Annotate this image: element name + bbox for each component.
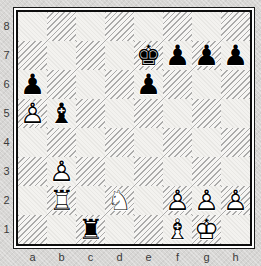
square-a5: ♟♙	[18, 99, 47, 128]
white-bishop: ♗	[163, 215, 192, 244]
rank-label-5: 5	[1, 99, 12, 128]
chess-board: ♚♚♟♟♟♟♟♟♟♟♟♟♟♙♝♝♟♙♜♖♞♘♟♙♟♙♟♙♜♜♝♗♚♔	[18, 12, 250, 244]
square-e5	[134, 99, 163, 128]
white-pawn: ♙	[47, 157, 76, 186]
white-pawn: ♙	[18, 99, 47, 128]
white-knight: ♘	[105, 186, 134, 215]
white-pawn: ♙	[163, 186, 192, 215]
rank-label-8: 8	[1, 12, 12, 41]
square-h7: ♟♟	[221, 41, 250, 70]
square-d1	[105, 215, 134, 244]
square-f6	[163, 70, 192, 99]
square-f7: ♟♟	[163, 41, 192, 70]
file-label-d: d	[105, 250, 134, 265]
square-g4	[192, 128, 221, 157]
square-g1: ♚♔	[192, 215, 221, 244]
rank-label-6: 6	[1, 70, 12, 99]
file-label-h: h	[221, 250, 250, 265]
black-bishop: ♝	[47, 99, 76, 128]
square-f2: ♟♙	[163, 186, 192, 215]
square-e4	[134, 128, 163, 157]
square-b5: ♝♝	[47, 99, 76, 128]
square-b8	[47, 12, 76, 41]
diagram-background: 87654321 ♚♚♟♟♟♟♟♟♟♟♟♟♟♙♝♝♟♙♜♖♞♘♟♙♟♙♟♙♜♜♝…	[0, 0, 261, 266]
square-g6	[192, 70, 221, 99]
square-d6	[105, 70, 134, 99]
square-f3	[163, 157, 192, 186]
square-d3	[105, 157, 134, 186]
square-f4	[163, 128, 192, 157]
square-b4	[47, 128, 76, 157]
chess-board-border: ♚♚♟♟♟♟♟♟♟♟♟♟♟♙♝♝♟♙♜♖♞♘♟♙♟♙♟♙♜♜♝♗♚♔	[16, 10, 252, 246]
file-label-a: a	[18, 250, 47, 265]
square-c7	[76, 41, 105, 70]
square-h1	[221, 215, 250, 244]
file-label-c: c	[76, 250, 105, 265]
square-b3: ♟♙	[47, 157, 76, 186]
square-a4	[18, 128, 47, 157]
square-a6: ♟♟	[18, 70, 47, 99]
square-d8	[105, 12, 134, 41]
black-king: ♚	[134, 41, 163, 70]
rank-label-7: 7	[1, 41, 12, 70]
square-f5	[163, 99, 192, 128]
square-c5	[76, 99, 105, 128]
black-pawn: ♟	[134, 70, 163, 99]
square-e1	[134, 215, 163, 244]
square-d4	[105, 128, 134, 157]
black-pawn: ♟	[221, 41, 250, 70]
square-b1	[47, 215, 76, 244]
chess-board-frame: ♚♚♟♟♟♟♟♟♟♟♟♟♟♙♝♝♟♙♜♖♞♘♟♙♟♙♟♙♜♜♝♗♚♔	[13, 7, 255, 249]
square-h5	[221, 99, 250, 128]
square-c2	[76, 186, 105, 215]
black-pawn: ♟	[192, 41, 221, 70]
square-f1: ♝♗	[163, 215, 192, 244]
square-b7	[47, 41, 76, 70]
file-label-g: g	[192, 250, 221, 265]
square-d7	[105, 41, 134, 70]
square-e3	[134, 157, 163, 186]
square-a7	[18, 41, 47, 70]
black-pawn: ♟	[18, 70, 47, 99]
white-pawn: ♙	[192, 186, 221, 215]
square-g7: ♟♟	[192, 41, 221, 70]
square-g3	[192, 157, 221, 186]
white-pawn: ♙	[221, 186, 250, 215]
square-c4	[76, 128, 105, 157]
square-h2: ♟♙	[221, 186, 250, 215]
square-c8	[76, 12, 105, 41]
black-rook: ♜	[76, 215, 105, 244]
file-label-b: b	[47, 250, 76, 265]
white-rook: ♖	[47, 186, 76, 215]
square-e8	[134, 12, 163, 41]
square-g8	[192, 12, 221, 41]
square-a2	[18, 186, 47, 215]
black-pawn: ♟	[163, 41, 192, 70]
square-c3	[76, 157, 105, 186]
square-d2: ♞♘	[105, 186, 134, 215]
square-b6	[47, 70, 76, 99]
square-e6: ♟♟	[134, 70, 163, 99]
square-d5	[105, 99, 134, 128]
square-c6	[76, 70, 105, 99]
square-h6	[221, 70, 250, 99]
white-king: ♔	[192, 215, 221, 244]
rank-label-2: 2	[1, 186, 12, 215]
square-h8	[221, 12, 250, 41]
square-h4	[221, 128, 250, 157]
square-g5	[192, 99, 221, 128]
rank-label-3: 3	[1, 157, 12, 186]
square-e2	[134, 186, 163, 215]
rank-label-4: 4	[1, 128, 12, 157]
rank-label-1: 1	[1, 215, 12, 244]
square-a1	[18, 215, 47, 244]
square-a8	[18, 12, 47, 41]
square-b2: ♜♖	[47, 186, 76, 215]
square-h3	[221, 157, 250, 186]
square-a3	[18, 157, 47, 186]
file-label-f: f	[163, 250, 192, 265]
square-c1: ♜♜	[76, 215, 105, 244]
square-f8	[163, 12, 192, 41]
file-label-e: e	[134, 250, 163, 265]
square-e7: ♚♚	[134, 41, 163, 70]
square-g2: ♟♙	[192, 186, 221, 215]
